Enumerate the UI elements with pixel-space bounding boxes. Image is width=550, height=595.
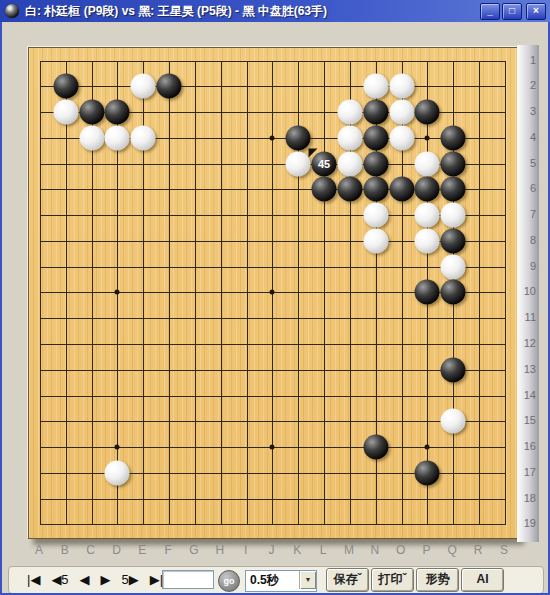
grid-line — [40, 421, 506, 422]
col-label: E — [134, 543, 150, 557]
white-stone — [363, 74, 388, 99]
white-stone — [53, 100, 78, 125]
row-label: 9 — [518, 260, 536, 272]
delay-dropdown[interactable]: 0.5秒 ▼ — [245, 570, 317, 592]
nav-first-button[interactable]: |◀ — [27, 567, 40, 593]
white-stone — [131, 125, 156, 150]
black-stone — [441, 228, 466, 253]
grid-line — [40, 370, 506, 371]
row-label: 3 — [518, 105, 536, 117]
close-button[interactable]: × — [526, 3, 546, 20]
nav-forward-1-button[interactable]: ▶ — [101, 567, 111, 593]
white-stone — [131, 74, 156, 99]
row-label: 6 — [518, 182, 536, 194]
move-navigation: |◀◀5◀▶5▶▶| — [27, 567, 163, 593]
row-label: 8 — [518, 234, 536, 246]
white-stone — [286, 151, 311, 176]
white-stone — [105, 460, 130, 485]
toolbar: |◀◀5◀▶5▶▶| go 0.5秒 ▼ 保存ˇ打印ˇ形势AI — [8, 566, 544, 594]
go-button[interactable]: go — [218, 570, 240, 592]
col-label: K — [289, 543, 305, 557]
go-board[interactable]: 45 — [28, 47, 519, 539]
col-label: G — [186, 543, 202, 557]
ai-button[interactable]: AI — [461, 568, 504, 592]
black-stone — [441, 357, 466, 382]
row-label: 4 — [518, 131, 536, 143]
row-label: 19 — [518, 517, 536, 529]
title-bar: 白: 朴廷桓 (P9段) vs 黑: 王星昊 (P5段) - 黑 中盘胜(63手… — [0, 0, 550, 22]
black-stone — [415, 100, 440, 125]
black-stone — [53, 74, 78, 99]
col-label: P — [418, 543, 434, 557]
white-stone — [389, 74, 414, 99]
black-stone — [79, 100, 104, 125]
star-point — [270, 445, 275, 450]
black-stone — [415, 177, 440, 202]
grid-line — [479, 61, 480, 526]
situation-button[interactable]: 形势 — [416, 568, 459, 592]
star-point — [270, 290, 275, 295]
col-label: D — [108, 543, 124, 557]
black-stone — [441, 151, 466, 176]
star-point — [425, 445, 430, 450]
grid-line — [40, 524, 506, 525]
star-point — [115, 445, 120, 450]
row-label: 13 — [518, 363, 536, 375]
grid-line — [40, 344, 506, 345]
delay-value: 0.5秒 — [246, 571, 299, 591]
window-controls: _ □ × — [480, 3, 546, 20]
black-stone — [441, 125, 466, 150]
row-label: 12 — [518, 337, 536, 349]
black-stone — [105, 100, 130, 125]
white-stone — [441, 203, 466, 228]
col-label: C — [83, 543, 99, 557]
col-label: L — [315, 543, 331, 557]
grid-line — [40, 396, 506, 397]
window-border-left — [0, 22, 2, 595]
col-label: N — [367, 543, 383, 557]
row-coordinate-strip: 12345678910111213141516171819 — [517, 45, 539, 542]
col-label: F — [160, 543, 176, 557]
white-stone — [415, 228, 440, 253]
white-stone — [363, 228, 388, 253]
black-stone — [441, 280, 466, 305]
black-stone: 45 — [312, 151, 337, 176]
col-label: S — [496, 543, 512, 557]
black-stone — [157, 74, 182, 99]
row-label: 2 — [518, 79, 536, 91]
col-label: J — [263, 543, 279, 557]
black-stone — [363, 125, 388, 150]
minimize-button[interactable]: _ — [480, 3, 500, 20]
row-label: 18 — [518, 492, 536, 504]
window-title: 白: 朴廷桓 (P9段) vs 黑: 王星昊 (P5段) - 黑 中盘胜(63手… — [25, 3, 480, 20]
grid-line — [505, 61, 506, 526]
white-stone — [79, 125, 104, 150]
black-stone — [363, 177, 388, 202]
white-stone — [415, 203, 440, 228]
black-stone — [415, 280, 440, 305]
white-stone — [389, 125, 414, 150]
col-label: I — [238, 543, 254, 557]
white-stone — [337, 151, 362, 176]
save-button[interactable]: 保存ˇ — [326, 568, 369, 592]
col-label: Q — [444, 543, 460, 557]
grid-line — [40, 318, 506, 319]
app-window: 白: 朴廷桓 (P9段) vs 黑: 王星昊 (P5段) - 黑 中盘胜(63手… — [0, 0, 550, 595]
row-label: 10 — [518, 285, 536, 297]
grid-line — [324, 61, 325, 526]
nav-back-5-button[interactable]: ◀5 — [51, 567, 68, 593]
row-label: 15 — [518, 414, 536, 426]
black-stone — [389, 177, 414, 202]
col-label: A — [31, 543, 47, 557]
grid-line — [40, 499, 506, 500]
white-stone — [441, 409, 466, 434]
move-number-label: 45 — [312, 151, 337, 176]
white-stone — [337, 125, 362, 150]
app-icon — [5, 4, 19, 18]
row-label: 16 — [518, 440, 536, 452]
col-label: H — [212, 543, 228, 557]
nav-back-1-button[interactable]: ◀ — [80, 567, 90, 593]
black-stone — [337, 177, 362, 202]
black-stone — [286, 125, 311, 150]
white-stone — [105, 125, 130, 150]
row-label: 14 — [518, 389, 536, 401]
nav-forward-5-button[interactable]: 5▶ — [122, 567, 139, 593]
black-stone — [415, 460, 440, 485]
white-stone — [441, 254, 466, 279]
maximize-button[interactable]: □ — [502, 3, 522, 20]
star-point — [425, 135, 430, 140]
row-label: 1 — [518, 54, 536, 66]
move-number-input[interactable] — [162, 570, 214, 589]
row-label: 11 — [518, 311, 536, 323]
col-label: R — [470, 543, 486, 557]
black-stone — [363, 435, 388, 460]
row-label: 5 — [518, 157, 536, 169]
white-stone — [363, 203, 388, 228]
col-label: O — [393, 543, 409, 557]
star-point — [115, 290, 120, 295]
star-point — [270, 135, 275, 140]
col-label: M — [341, 543, 357, 557]
row-label: 7 — [518, 208, 536, 220]
black-stone — [312, 177, 337, 202]
black-stone — [363, 151, 388, 176]
black-stone — [441, 177, 466, 202]
print-button[interactable]: 打印ˇ — [371, 568, 414, 592]
chevron-down-icon[interactable]: ▼ — [299, 571, 316, 589]
white-stone — [389, 100, 414, 125]
col-label: B — [57, 543, 73, 557]
black-stone — [363, 100, 388, 125]
white-stone — [415, 151, 440, 176]
white-stone — [337, 100, 362, 125]
row-label: 17 — [518, 466, 536, 478]
